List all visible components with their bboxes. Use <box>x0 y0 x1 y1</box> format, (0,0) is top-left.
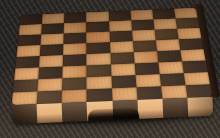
board-surface-wrap <box>8 1 213 105</box>
board-square <box>87 76 112 89</box>
board-square <box>184 72 210 85</box>
cutting-board <box>8 1 214 129</box>
board-square <box>182 60 208 73</box>
board-square <box>37 90 62 104</box>
board-square <box>13 79 38 92</box>
board-square <box>87 64 111 77</box>
board-square <box>158 61 184 74</box>
face-stripe <box>137 99 163 119</box>
board-square <box>63 65 87 78</box>
photo-scene <box>0 0 220 138</box>
board-square <box>38 66 63 79</box>
board-square <box>135 74 161 87</box>
face-stripe <box>62 102 88 122</box>
board-square <box>159 73 185 86</box>
board-square <box>134 62 159 75</box>
board-square <box>161 85 188 99</box>
face-stripe <box>12 104 38 124</box>
handle-notch <box>88 108 139 121</box>
board-square <box>111 75 136 88</box>
board-square <box>62 89 87 103</box>
board-square <box>185 84 212 98</box>
board-square <box>14 67 39 80</box>
board-square <box>136 86 162 100</box>
face-stripe <box>187 97 213 117</box>
face-stripe <box>162 98 188 118</box>
face-stripe <box>37 103 63 123</box>
board-square <box>62 77 87 90</box>
board-square <box>12 91 38 105</box>
board-square <box>38 78 63 91</box>
board-square <box>87 88 112 102</box>
board-square <box>110 63 135 76</box>
board-surface <box>12 8 213 105</box>
board-square <box>111 87 137 101</box>
